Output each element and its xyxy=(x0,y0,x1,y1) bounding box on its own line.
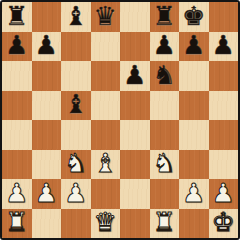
square-e7[interactable] xyxy=(120,32,150,62)
white-pawn-icon[interactable]: ♟ xyxy=(5,180,28,206)
square-a5[interactable] xyxy=(2,91,32,121)
square-f1[interactable]: ♜ xyxy=(150,209,180,239)
square-h6[interactable] xyxy=(209,61,239,91)
white-pawn-icon[interactable]: ♟ xyxy=(182,180,205,206)
square-e5[interactable] xyxy=(120,91,150,121)
square-a7[interactable]: ♟ xyxy=(2,32,32,62)
chess-board-frame: ♜♝♛♜♚♟♟♟♟♟♟♞♝♞♝♞♟♟♟♟♟♜♛♜♚ xyxy=(0,0,240,240)
square-h8[interactable] xyxy=(209,2,239,32)
black-pawn-icon[interactable]: ♟ xyxy=(123,62,146,88)
square-d3[interactable]: ♝ xyxy=(91,150,121,180)
square-f4[interactable] xyxy=(150,120,180,150)
square-d4[interactable] xyxy=(91,120,121,150)
square-b8[interactable] xyxy=(32,2,62,32)
white-rook-icon[interactable]: ♜ xyxy=(5,209,28,235)
square-e6[interactable]: ♟ xyxy=(120,61,150,91)
square-a2[interactable]: ♟ xyxy=(2,179,32,209)
square-g5[interactable] xyxy=(179,91,209,121)
square-e3[interactable] xyxy=(120,150,150,180)
square-b6[interactable] xyxy=(32,61,62,91)
square-g6[interactable] xyxy=(179,61,209,91)
black-rook-icon[interactable]: ♜ xyxy=(5,3,28,29)
black-pawn-icon[interactable]: ♟ xyxy=(35,32,58,58)
square-e4[interactable] xyxy=(120,120,150,150)
square-b1[interactable] xyxy=(32,209,62,239)
square-c8[interactable]: ♝ xyxy=(61,2,91,32)
square-e1[interactable] xyxy=(120,209,150,239)
white-queen-icon[interactable]: ♛ xyxy=(94,209,117,235)
square-c7[interactable] xyxy=(61,32,91,62)
square-c1[interactable] xyxy=(61,209,91,239)
square-b7[interactable]: ♟ xyxy=(32,32,62,62)
white-knight-icon[interactable]: ♞ xyxy=(153,150,176,176)
square-h5[interactable] xyxy=(209,91,239,121)
black-knight-icon[interactable]: ♞ xyxy=(153,62,176,88)
square-a3[interactable] xyxy=(2,150,32,180)
square-d7[interactable] xyxy=(91,32,121,62)
square-e2[interactable] xyxy=(120,179,150,209)
square-a1[interactable]: ♜ xyxy=(2,209,32,239)
square-d1[interactable]: ♛ xyxy=(91,209,121,239)
square-d6[interactable] xyxy=(91,61,121,91)
black-bishop-icon[interactable]: ♝ xyxy=(64,91,87,117)
square-f2[interactable] xyxy=(150,179,180,209)
square-d5[interactable] xyxy=(91,91,121,121)
white-pawn-icon[interactable]: ♟ xyxy=(212,180,235,206)
black-pawn-icon[interactable]: ♟ xyxy=(182,32,205,58)
chess-board: ♜♝♛♜♚♟♟♟♟♟♟♞♝♞♝♞♟♟♟♟♟♜♛♜♚ xyxy=(2,2,238,238)
white-pawn-icon[interactable]: ♟ xyxy=(64,180,87,206)
square-g2[interactable]: ♟ xyxy=(179,179,209,209)
square-c6[interactable] xyxy=(61,61,91,91)
square-f8[interactable]: ♜ xyxy=(150,2,180,32)
square-h7[interactable]: ♟ xyxy=(209,32,239,62)
square-d8[interactable]: ♛ xyxy=(91,2,121,32)
square-e8[interactable] xyxy=(120,2,150,32)
black-pawn-icon[interactable]: ♟ xyxy=(5,32,28,58)
square-g8[interactable]: ♚ xyxy=(179,2,209,32)
square-g7[interactable]: ♟ xyxy=(179,32,209,62)
square-f7[interactable]: ♟ xyxy=(150,32,180,62)
square-h4[interactable] xyxy=(209,120,239,150)
white-rook-icon[interactable]: ♜ xyxy=(153,209,176,235)
square-h2[interactable]: ♟ xyxy=(209,179,239,209)
square-c2[interactable]: ♟ xyxy=(61,179,91,209)
square-a6[interactable] xyxy=(2,61,32,91)
square-d2[interactable] xyxy=(91,179,121,209)
square-b2[interactable]: ♟ xyxy=(32,179,62,209)
square-c5[interactable]: ♝ xyxy=(61,91,91,121)
square-g3[interactable] xyxy=(179,150,209,180)
square-f6[interactable]: ♞ xyxy=(150,61,180,91)
square-f3[interactable]: ♞ xyxy=(150,150,180,180)
square-a4[interactable] xyxy=(2,120,32,150)
black-king-icon[interactable]: ♚ xyxy=(182,3,205,29)
square-b4[interactable] xyxy=(32,120,62,150)
square-g1[interactable] xyxy=(179,209,209,239)
white-knight-icon[interactable]: ♞ xyxy=(64,150,87,176)
square-c4[interactable] xyxy=(61,120,91,150)
white-pawn-icon[interactable]: ♟ xyxy=(35,180,58,206)
square-g4[interactable] xyxy=(179,120,209,150)
square-c3[interactable]: ♞ xyxy=(61,150,91,180)
square-a8[interactable]: ♜ xyxy=(2,2,32,32)
black-bishop-icon[interactable]: ♝ xyxy=(64,3,87,29)
white-bishop-icon[interactable]: ♝ xyxy=(94,150,117,176)
square-h1[interactable]: ♚ xyxy=(209,209,239,239)
black-rook-icon[interactable]: ♜ xyxy=(153,3,176,29)
square-b5[interactable] xyxy=(32,91,62,121)
white-king-icon[interactable]: ♚ xyxy=(212,209,235,235)
square-b3[interactable] xyxy=(32,150,62,180)
square-f5[interactable] xyxy=(150,91,180,121)
black-pawn-icon[interactable]: ♟ xyxy=(153,32,176,58)
square-h3[interactable] xyxy=(209,150,239,180)
black-pawn-icon[interactable]: ♟ xyxy=(212,32,235,58)
black-queen-icon[interactable]: ♛ xyxy=(94,3,117,29)
